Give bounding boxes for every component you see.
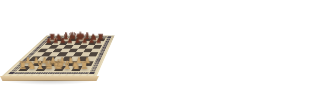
chess-board: ♜♞♝♛♚♝♞♜♟♟♟♟♟♟♟♟♟♟♟♟♟♟♟♟♜♞♝♛♚♝♞♜ bbox=[2, 35, 99, 76]
cast-shadow bbox=[3, 80, 96, 85]
square-h1[interactable]: ♜ bbox=[80, 66, 91, 71]
square-h7[interactable]: ♟ bbox=[95, 41, 99, 44]
piece-white-rook[interactable]: ♜ bbox=[77, 60, 92, 71]
piece-black-pawn[interactable]: ♟ bbox=[93, 38, 99, 45]
